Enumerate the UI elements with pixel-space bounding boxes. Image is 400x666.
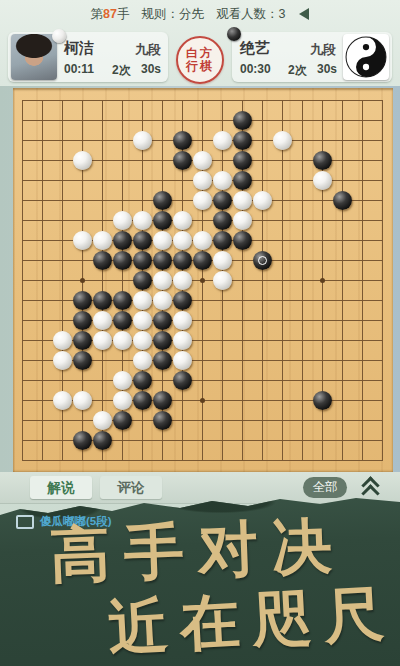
stone-black <box>173 371 192 390</box>
stone-white <box>73 231 92 250</box>
byoyomi-time-white: 30s <box>141 62 161 76</box>
stone-white <box>113 211 132 230</box>
black-stone-badge-icon <box>227 27 241 41</box>
stone-black <box>313 391 332 410</box>
player-panel-white: 柯洁 九段 00:11 2次 30s <box>8 32 168 82</box>
viewers-label: 观看人数：3 <box>216 6 285 23</box>
stone-black <box>213 211 232 230</box>
stone-black <box>193 251 212 270</box>
stone-white <box>133 291 152 310</box>
stone-white <box>113 331 132 350</box>
stone-white <box>173 311 192 330</box>
stone-white <box>213 171 232 190</box>
stone-black <box>233 131 252 150</box>
stone-white <box>53 351 72 370</box>
stone-black <box>153 391 172 410</box>
stone-black <box>133 371 152 390</box>
byoyomi-periods-black: 2次 <box>288 62 307 79</box>
stone-white <box>113 391 132 410</box>
star-point <box>200 398 205 403</box>
white-stone-badge-icon <box>52 29 66 43</box>
star-point <box>200 278 205 283</box>
stone-black <box>213 231 232 250</box>
seal-line2: 行棋 <box>186 59 214 73</box>
stone-black <box>253 251 272 270</box>
stone-white <box>93 411 112 430</box>
avatar-kejie[interactable] <box>11 34 57 80</box>
stone-black <box>73 291 92 310</box>
seal-line1: 白方 <box>186 46 214 60</box>
stone-black <box>113 291 132 310</box>
stone-black <box>93 431 112 450</box>
filter-all-button[interactable]: 全部 <box>303 477 347 498</box>
goban-grid[interactable] <box>22 100 383 461</box>
stone-black <box>113 231 132 250</box>
stone-black <box>233 171 252 190</box>
stone-white <box>193 231 212 250</box>
stone-black <box>133 251 152 270</box>
stone-black <box>93 291 112 310</box>
stone-white <box>93 331 112 350</box>
stone-black <box>153 311 172 330</box>
star-point <box>80 278 85 283</box>
stone-black <box>73 431 92 450</box>
stone-white <box>133 211 152 230</box>
stone-white <box>53 391 72 410</box>
stone-black <box>73 331 92 350</box>
bottom-banner: 傻瓜嘟嘟(5段) 高手对决 近在咫尺 <box>0 497 400 666</box>
stone-white <box>173 331 192 350</box>
collapse-left-triangle-icon[interactable] <box>299 8 309 20</box>
stone-black <box>233 231 252 250</box>
stone-black <box>233 151 252 170</box>
stone-black <box>93 251 112 270</box>
stone-black <box>173 131 192 150</box>
stone-white <box>133 311 152 330</box>
stone-white <box>213 271 232 290</box>
stone-white <box>133 131 152 150</box>
stone-black <box>153 351 172 370</box>
stone-white <box>93 311 112 330</box>
stone-black <box>153 411 172 430</box>
stone-white <box>233 211 252 230</box>
stone-black <box>113 311 132 330</box>
stone-white <box>133 351 152 370</box>
stone-black <box>153 191 172 210</box>
tab-commentary[interactable]: 解说 <box>30 476 92 499</box>
player-name-white: 柯洁 <box>64 39 94 58</box>
player-panel-black: 绝艺 九段 00:30 2次 30s <box>232 32 392 82</box>
stone-white <box>73 151 92 170</box>
stone-black <box>133 391 152 410</box>
stone-black <box>113 251 132 270</box>
stone-black <box>133 231 152 250</box>
last-move-marker <box>258 256 267 265</box>
stone-white <box>193 191 212 210</box>
player-name-black: 绝艺 <box>240 39 270 58</box>
stone-white <box>133 331 152 350</box>
stone-white <box>93 231 112 250</box>
stone-white <box>193 171 212 190</box>
monitor-icon <box>16 515 34 529</box>
stone-white <box>173 231 192 250</box>
main-time-white: 00:11 <box>64 62 94 76</box>
stone-white <box>233 191 252 210</box>
rules-label: 规则：分先 <box>141 6 204 23</box>
stone-black <box>333 191 352 210</box>
stone-white <box>173 211 192 230</box>
stone-white <box>53 331 72 350</box>
move-counter: 第87手 <box>91 6 130 23</box>
stone-black <box>73 351 92 370</box>
stone-white <box>73 391 92 410</box>
top-bar: 第87手 规则：分先 观看人数：3 <box>0 0 400 28</box>
tab-comments[interactable]: 评论 <box>100 476 162 499</box>
stone-black <box>233 111 252 130</box>
byoyomi-periods-white: 2次 <box>112 62 131 79</box>
player-rank-white: 九段 <box>135 41 161 59</box>
goban-board[interactable] <box>13 88 393 473</box>
board-strip <box>0 86 400 475</box>
main-time-black: 00:30 <box>240 62 271 76</box>
byoyomi-time-black: 30s <box>317 62 337 76</box>
stone-white <box>213 131 232 150</box>
stone-white <box>173 351 192 370</box>
star-point <box>320 278 325 283</box>
turn-seal: 白方行棋 <box>176 36 224 84</box>
stone-white <box>213 251 232 270</box>
avatar-taiji-yinyang-icon[interactable] <box>343 34 389 80</box>
stone-white <box>153 271 172 290</box>
stone-black <box>113 411 132 430</box>
stone-black <box>173 151 192 170</box>
stone-black <box>213 191 232 210</box>
go-app: 第87手 规则：分先 观看人数：3 柯洁 九段 00:11 2次 30s 白方行… <box>0 0 400 666</box>
player-rank-black: 九段 <box>310 41 336 59</box>
stone-white <box>253 191 272 210</box>
banner-line2: 近在咫尺 <box>106 574 398 666</box>
stone-white <box>153 231 172 250</box>
stone-white <box>273 131 292 150</box>
stone-black <box>173 251 192 270</box>
stone-white <box>173 271 192 290</box>
stone-white <box>193 151 212 170</box>
stone-white <box>113 371 132 390</box>
stone-white <box>153 291 172 310</box>
stone-black <box>73 311 92 330</box>
stone-black <box>313 151 332 170</box>
stone-black <box>173 291 192 310</box>
stone-black <box>153 211 172 230</box>
stone-black <box>153 331 172 350</box>
stone-white <box>313 171 332 190</box>
stone-black <box>133 271 152 290</box>
stone-black <box>153 251 172 270</box>
